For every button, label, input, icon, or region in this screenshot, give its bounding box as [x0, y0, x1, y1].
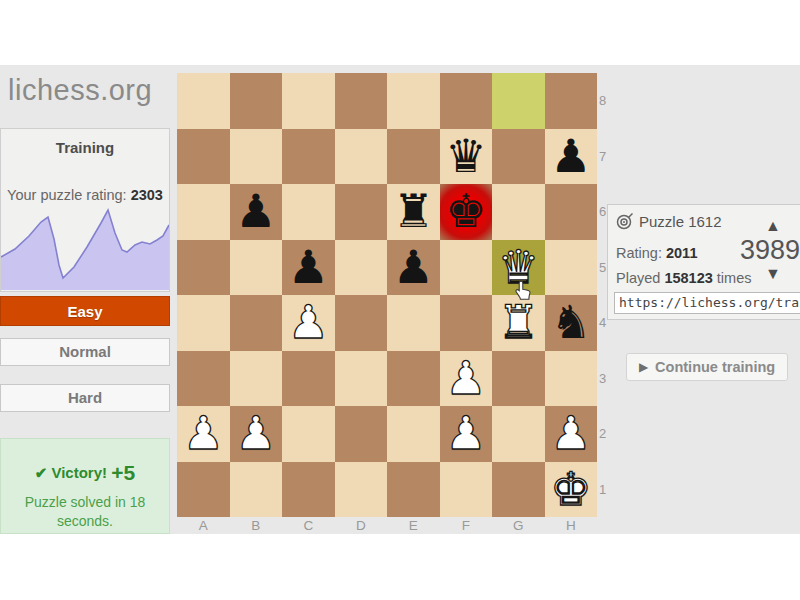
piece-black-pawn-e5[interactable]: ♟: [387, 240, 440, 296]
piece-black-pawn-h7[interactable]: ♟: [545, 129, 598, 185]
piece-white-pawn-f2[interactable]: ♟: [440, 406, 493, 462]
square-h5[interactable]: [545, 240, 598, 296]
played-suffix: times: [717, 270, 752, 286]
puzzle-rating-label: Rating:: [616, 245, 662, 261]
square-b5[interactable]: [230, 240, 283, 296]
piece-white-rook-g4[interactable]: ♜: [492, 295, 545, 351]
file-label-g: G: [492, 518, 545, 533]
square-d4[interactable]: [335, 295, 388, 351]
rank-label-2: 2: [599, 406, 613, 462]
check-mark-icon: ✔: [35, 464, 48, 481]
square-a2[interactable]: ♟: [177, 406, 230, 462]
square-g2[interactable]: [492, 406, 545, 462]
file-label-h: H: [545, 518, 598, 533]
square-c2[interactable]: [282, 406, 335, 462]
square-b1[interactable]: [230, 462, 283, 518]
puzzle-rating-label: Your puzzle rating:: [7, 187, 127, 203]
square-c5[interactable]: ♟: [282, 240, 335, 296]
piece-white-pawn-c4[interactable]: ♟: [282, 295, 335, 351]
piece-black-pawn-b6[interactable]: ♟: [230, 184, 283, 240]
puzzle-id: Puzzle 1612: [639, 213, 722, 230]
square-a1[interactable]: [177, 462, 230, 518]
square-h6[interactable]: [545, 184, 598, 240]
square-c4[interactable]: ♟: [282, 295, 335, 351]
square-c3[interactable]: [282, 351, 335, 407]
rank-label-1: 1: [599, 462, 613, 518]
square-g3[interactable]: [492, 351, 545, 407]
square-c6[interactable]: [282, 184, 335, 240]
piece-black-pawn-c5[interactable]: ♟: [282, 240, 335, 296]
file-label-e: E: [387, 518, 440, 533]
square-e6[interactable]: ♜: [387, 184, 440, 240]
square-e2[interactable]: [387, 406, 440, 462]
square-f8[interactable]: [440, 73, 493, 129]
victory-panel: ✔Victory! +5 Puzzle solved in 18 seconds…: [0, 438, 170, 534]
training-panel: Training Your puzzle rating: 2303: [0, 128, 170, 292]
square-c8[interactable]: [282, 73, 335, 129]
piece-black-king-f6[interactable]: ♚: [440, 184, 493, 240]
square-e5[interactable]: ♟: [387, 240, 440, 296]
chess-board: ♛♟♟♜♚♟♟♛♟♜♞♟♟♟♟♟♚: [177, 73, 597, 517]
square-h1[interactable]: ♚: [545, 462, 598, 518]
victory-title: Victory!: [51, 464, 107, 481]
difficulty-easy-button[interactable]: Easy: [0, 296, 170, 326]
square-h4[interactable]: ♞: [545, 295, 598, 351]
square-h3[interactable]: [545, 351, 598, 407]
puzzle-number-large: 3989: [740, 235, 800, 266]
square-a4[interactable]: [177, 295, 230, 351]
square-f5[interactable]: [440, 240, 493, 296]
square-c7[interactable]: [282, 129, 335, 185]
piece-white-pawn-f3[interactable]: ♟: [440, 351, 493, 407]
square-a3[interactable]: [177, 351, 230, 407]
square-h2[interactable]: ♟: [545, 406, 598, 462]
next-puzzle-arrow-icon[interactable]: ▼: [765, 265, 781, 283]
file-label-b: B: [230, 518, 283, 533]
square-d7[interactable]: [335, 129, 388, 185]
square-f3[interactable]: ♟: [440, 351, 493, 407]
cursor-pointer-icon: [514, 280, 534, 302]
victory-points: +5: [111, 461, 135, 484]
victory-headline: ✔Victory! +5: [1, 461, 169, 485]
rank-label-7: 7: [599, 129, 613, 185]
square-g6[interactable]: [492, 184, 545, 240]
square-c1[interactable]: [282, 462, 335, 518]
square-g1[interactable]: [492, 462, 545, 518]
file-label-c: C: [282, 518, 335, 533]
square-d6[interactable]: [335, 184, 388, 240]
file-label-a: A: [177, 518, 230, 533]
play-triangle-icon: ▶: [639, 360, 648, 374]
square-h8[interactable]: [545, 73, 598, 129]
target-icon: [616, 213, 633, 230]
piece-black-queen-f7[interactable]: ♛: [440, 129, 493, 185]
square-e8[interactable]: [387, 73, 440, 129]
rank-label-3: 3: [599, 351, 613, 407]
piece-black-rook-e6[interactable]: ♜: [387, 184, 440, 240]
square-g7[interactable]: [492, 129, 545, 185]
puzzle-title-row: Puzzle 1612: [616, 213, 722, 230]
puzzle-played-row: Played 158123 times: [616, 270, 751, 286]
rank-label-8: 8: [599, 73, 613, 129]
square-f1[interactable]: [440, 462, 493, 518]
square-d2[interactable]: [335, 406, 388, 462]
square-b2[interactable]: ♟: [230, 406, 283, 462]
square-b4[interactable]: [230, 295, 283, 351]
continue-training-label: Continue training: [655, 359, 775, 375]
square-e1[interactable]: [387, 462, 440, 518]
square-a8[interactable]: [177, 73, 230, 129]
lichess-logo[interactable]: lichess.org: [8, 74, 152, 107]
lichess-training-page: lichess.org Training Your puzzle rating:…: [0, 0, 800, 600]
square-a5[interactable]: [177, 240, 230, 296]
square-b8[interactable]: [230, 73, 283, 129]
file-coordinates: ABCDEFGH: [177, 518, 597, 533]
piece-black-knight-h4[interactable]: ♞: [545, 295, 598, 351]
file-label-d: D: [335, 518, 388, 533]
square-e4[interactable]: [387, 295, 440, 351]
rating-history-chart: [1, 207, 169, 290]
square-f2[interactable]: ♟: [440, 406, 493, 462]
square-e3[interactable]: [387, 351, 440, 407]
piece-white-pawn-b2[interactable]: ♟: [230, 406, 283, 462]
square-b3[interactable]: [230, 351, 283, 407]
puzzle-info-panel: Puzzle 1612 ▲ Rating: 2011 3989 Played 1…: [607, 204, 800, 320]
file-label-f: F: [440, 518, 493, 533]
square-f4[interactable]: [440, 295, 493, 351]
square-h7[interactable]: ♟: [545, 129, 598, 185]
square-d5[interactable]: [335, 240, 388, 296]
square-e7[interactable]: [387, 129, 440, 185]
square-d8[interactable]: [335, 73, 388, 129]
training-title: Training: [1, 139, 169, 156]
square-f7[interactable]: ♛: [440, 129, 493, 185]
piece-white-king-h1[interactable]: ♚: [545, 462, 598, 518]
square-d3[interactable]: [335, 351, 388, 407]
puzzle-url-field[interactable]: https://lichess.org/trai: [614, 292, 800, 314]
square-g4[interactable]: ♜: [492, 295, 545, 351]
played-prefix: Played: [616, 270, 660, 286]
square-a6[interactable]: [177, 184, 230, 240]
difficulty-hard-button[interactable]: Hard: [0, 384, 170, 412]
square-b7[interactable]: [230, 129, 283, 185]
square-d1[interactable]: [335, 462, 388, 518]
square-g8[interactable]: [492, 73, 545, 129]
piece-white-pawn-h2[interactable]: ♟: [545, 406, 598, 462]
square-f6[interactable]: ♚: [440, 184, 493, 240]
difficulty-normal-button[interactable]: Normal: [0, 338, 170, 366]
puzzle-rating-value: 2303: [131, 187, 163, 203]
victory-message: Puzzle solved in 18 seconds.: [1, 493, 169, 531]
square-a7[interactable]: [177, 129, 230, 185]
piece-white-pawn-a2[interactable]: ♟: [177, 406, 230, 462]
played-count: 158123: [664, 270, 712, 286]
continue-training-button[interactable]: ▶ Continue training: [626, 353, 788, 381]
square-b6[interactable]: ♟: [230, 184, 283, 240]
puzzle-rating-value: 2011: [666, 245, 697, 261]
previous-puzzle-arrow-icon[interactable]: ▲: [765, 217, 781, 235]
puzzle-rating-row: Rating: 2011: [616, 245, 697, 261]
puzzle-rating-line: Your puzzle rating: 2303: [1, 187, 169, 203]
